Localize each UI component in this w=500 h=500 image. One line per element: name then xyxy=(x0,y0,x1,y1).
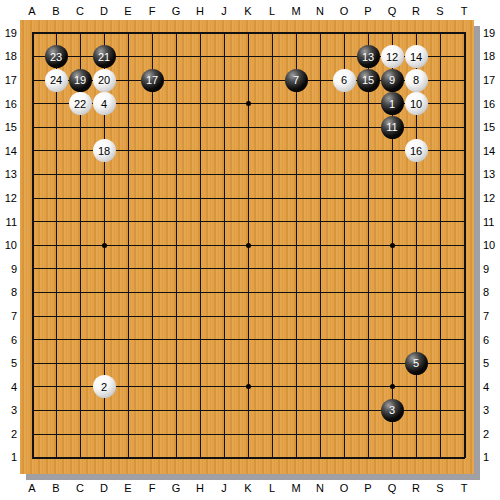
intersection-L5[interactable] xyxy=(260,352,284,376)
intersection-F8[interactable] xyxy=(140,281,164,305)
intersection-H4[interactable] xyxy=(188,375,212,399)
intersection-P9[interactable] xyxy=(356,257,380,281)
stone-white-6-O17[interactable]: 6 xyxy=(333,69,356,92)
intersection-G12[interactable] xyxy=(164,186,188,210)
intersection-B14[interactable] xyxy=(44,139,68,163)
intersection-O6[interactable] xyxy=(332,328,356,352)
intersection-B1[interactable] xyxy=(44,446,68,470)
stone-black-5-R5[interactable]: 5 xyxy=(405,352,428,375)
intersection-T18[interactable] xyxy=(452,45,476,69)
intersection-C14[interactable] xyxy=(68,139,92,163)
intersection-D9[interactable] xyxy=(92,257,116,281)
intersection-N2[interactable] xyxy=(308,422,332,446)
intersection-C7[interactable] xyxy=(68,304,92,328)
intersection-P14[interactable] xyxy=(356,139,380,163)
intersection-J19[interactable] xyxy=(212,21,236,45)
stone-white-16-R14[interactable]: 16 xyxy=(405,139,428,162)
stone-white-12-Q18[interactable]: 12 xyxy=(381,45,404,68)
intersection-G5[interactable] xyxy=(164,352,188,376)
intersection-O7[interactable] xyxy=(332,304,356,328)
intersection-E19[interactable] xyxy=(116,21,140,45)
intersection-M13[interactable] xyxy=(284,163,308,187)
intersection-C12[interactable] xyxy=(68,186,92,210)
intersection-H11[interactable] xyxy=(188,210,212,234)
intersection-Q11[interactable] xyxy=(380,210,404,234)
intersection-M1[interactable] xyxy=(284,446,308,470)
intersection-Q14[interactable] xyxy=(380,139,404,163)
intersection-N18[interactable] xyxy=(308,45,332,69)
intersection-P10[interactable] xyxy=(356,234,380,258)
stone-white-8-R17[interactable]: 8 xyxy=(405,69,428,92)
intersection-F15[interactable] xyxy=(140,116,164,140)
intersection-B2[interactable] xyxy=(44,422,68,446)
intersection-L1[interactable] xyxy=(260,446,284,470)
intersection-E17[interactable] xyxy=(116,68,140,92)
intersection-O18[interactable] xyxy=(332,45,356,69)
intersection-E9[interactable] xyxy=(116,257,140,281)
stone-black-17-F17[interactable]: 17 xyxy=(141,69,164,92)
intersection-N13[interactable] xyxy=(308,163,332,187)
intersection-L15[interactable] xyxy=(260,116,284,140)
intersection-N7[interactable] xyxy=(308,304,332,328)
intersection-F10[interactable] xyxy=(140,234,164,258)
intersection-Q17[interactable]: 9 xyxy=(380,68,404,92)
intersection-F18[interactable] xyxy=(140,45,164,69)
intersection-Q12[interactable] xyxy=(380,186,404,210)
intersection-R6[interactable] xyxy=(404,328,428,352)
intersection-L8[interactable] xyxy=(260,281,284,305)
intersection-J8[interactable] xyxy=(212,281,236,305)
intersection-T13[interactable] xyxy=(452,163,476,187)
intersection-S12[interactable] xyxy=(428,186,452,210)
intersection-D12[interactable] xyxy=(92,186,116,210)
intersection-O8[interactable] xyxy=(332,281,356,305)
intersection-O5[interactable] xyxy=(332,352,356,376)
stone-black-11-Q15[interactable]: 11 xyxy=(381,116,404,139)
intersection-Q8[interactable] xyxy=(380,281,404,305)
intersection-J9[interactable] xyxy=(212,257,236,281)
intersection-M15[interactable] xyxy=(284,116,308,140)
intersection-Q13[interactable] xyxy=(380,163,404,187)
stone-black-21-D18[interactable]: 21 xyxy=(93,45,116,68)
intersection-P15[interactable] xyxy=(356,116,380,140)
intersection-S11[interactable] xyxy=(428,210,452,234)
intersection-M14[interactable] xyxy=(284,139,308,163)
intersection-F2[interactable] xyxy=(140,422,164,446)
intersection-A2[interactable] xyxy=(20,422,44,446)
intersection-E3[interactable] xyxy=(116,399,140,423)
intersection-C11[interactable] xyxy=(68,210,92,234)
intersection-O2[interactable] xyxy=(332,422,356,446)
intersection-R15[interactable] xyxy=(404,116,428,140)
intersection-B13[interactable] xyxy=(44,163,68,187)
intersection-A9[interactable] xyxy=(20,257,44,281)
intersection-O3[interactable] xyxy=(332,399,356,423)
intersection-O16[interactable] xyxy=(332,92,356,116)
intersection-D11[interactable] xyxy=(92,210,116,234)
intersection-R5[interactable]: 5 xyxy=(404,352,428,376)
intersection-S8[interactable] xyxy=(428,281,452,305)
intersection-S13[interactable] xyxy=(428,163,452,187)
intersection-N19[interactable] xyxy=(308,21,332,45)
intersection-G2[interactable] xyxy=(164,422,188,446)
intersection-B12[interactable] xyxy=(44,186,68,210)
intersection-F5[interactable] xyxy=(140,352,164,376)
intersection-J2[interactable] xyxy=(212,422,236,446)
intersection-M2[interactable] xyxy=(284,422,308,446)
intersection-P13[interactable] xyxy=(356,163,380,187)
intersection-D2[interactable] xyxy=(92,422,116,446)
intersection-M6[interactable] xyxy=(284,328,308,352)
intersection-H8[interactable] xyxy=(188,281,212,305)
intersection-H16[interactable] xyxy=(188,92,212,116)
intersection-M5[interactable] xyxy=(284,352,308,376)
intersection-P5[interactable] xyxy=(356,352,380,376)
intersection-S15[interactable] xyxy=(428,116,452,140)
intersection-C10[interactable] xyxy=(68,234,92,258)
intersection-R2[interactable] xyxy=(404,422,428,446)
stone-black-19-C17[interactable]: 19 xyxy=(69,69,92,92)
intersection-L13[interactable] xyxy=(260,163,284,187)
intersection-F19[interactable] xyxy=(140,21,164,45)
intersection-R12[interactable] xyxy=(404,186,428,210)
intersection-N10[interactable] xyxy=(308,234,332,258)
intersection-N15[interactable] xyxy=(308,116,332,140)
intersection-T10[interactable] xyxy=(452,234,476,258)
intersection-R4[interactable] xyxy=(404,375,428,399)
intersection-N9[interactable] xyxy=(308,257,332,281)
intersection-F14[interactable] xyxy=(140,139,164,163)
intersection-T3[interactable] xyxy=(452,399,476,423)
intersection-S10[interactable] xyxy=(428,234,452,258)
intersection-T12[interactable] xyxy=(452,186,476,210)
intersection-M8[interactable] xyxy=(284,281,308,305)
intersection-H9[interactable] xyxy=(188,257,212,281)
intersection-D3[interactable] xyxy=(92,399,116,423)
intersection-B5[interactable] xyxy=(44,352,68,376)
intersection-C6[interactable] xyxy=(68,328,92,352)
intersection-J18[interactable] xyxy=(212,45,236,69)
intersection-D13[interactable] xyxy=(92,163,116,187)
stone-black-3-Q3[interactable]: 3 xyxy=(381,399,404,422)
intersection-H17[interactable] xyxy=(188,68,212,92)
intersection-K14[interactable] xyxy=(236,139,260,163)
intersection-Q19[interactable] xyxy=(380,21,404,45)
intersection-C5[interactable] xyxy=(68,352,92,376)
intersection-H18[interactable] xyxy=(188,45,212,69)
intersection-J15[interactable] xyxy=(212,116,236,140)
intersection-C1[interactable] xyxy=(68,446,92,470)
intersection-S1[interactable] xyxy=(428,446,452,470)
intersection-S2[interactable] xyxy=(428,422,452,446)
intersection-D17[interactable]: 20 xyxy=(92,68,116,92)
intersection-M9[interactable] xyxy=(284,257,308,281)
stone-black-13-P18[interactable]: 13 xyxy=(357,45,380,68)
intersection-L10[interactable] xyxy=(260,234,284,258)
intersection-A17[interactable] xyxy=(20,68,44,92)
intersection-L16[interactable] xyxy=(260,92,284,116)
intersection-P18[interactable]: 13 xyxy=(356,45,380,69)
intersection-E15[interactable] xyxy=(116,116,140,140)
intersection-M3[interactable] xyxy=(284,399,308,423)
intersection-E8[interactable] xyxy=(116,281,140,305)
intersection-T11[interactable] xyxy=(452,210,476,234)
intersection-S5[interactable] xyxy=(428,352,452,376)
intersection-B6[interactable] xyxy=(44,328,68,352)
intersection-J1[interactable] xyxy=(212,446,236,470)
intersection-K12[interactable] xyxy=(236,186,260,210)
intersection-H2[interactable] xyxy=(188,422,212,446)
intersection-K4[interactable] xyxy=(236,375,260,399)
intersection-A4[interactable] xyxy=(20,375,44,399)
intersection-H3[interactable] xyxy=(188,399,212,423)
intersection-J4[interactable] xyxy=(212,375,236,399)
intersection-H19[interactable] xyxy=(188,21,212,45)
intersection-L9[interactable] xyxy=(260,257,284,281)
intersection-B19[interactable] xyxy=(44,21,68,45)
intersection-H12[interactable] xyxy=(188,186,212,210)
intersection-O9[interactable] xyxy=(332,257,356,281)
intersection-B3[interactable] xyxy=(44,399,68,423)
intersection-S9[interactable] xyxy=(428,257,452,281)
intersection-K18[interactable] xyxy=(236,45,260,69)
intersection-G17[interactable] xyxy=(164,68,188,92)
intersection-L11[interactable] xyxy=(260,210,284,234)
stone-white-24-B17[interactable]: 24 xyxy=(45,69,68,92)
intersection-N12[interactable] xyxy=(308,186,332,210)
intersection-R11[interactable] xyxy=(404,210,428,234)
intersection-P3[interactable] xyxy=(356,399,380,423)
stone-black-9-Q17[interactable]: 9 xyxy=(381,69,404,92)
intersection-F1[interactable] xyxy=(140,446,164,470)
intersection-M18[interactable] xyxy=(284,45,308,69)
intersection-E16[interactable] xyxy=(116,92,140,116)
intersection-M17[interactable]: 7 xyxy=(284,68,308,92)
intersection-D15[interactable] xyxy=(92,116,116,140)
intersection-K6[interactable] xyxy=(236,328,260,352)
intersection-J16[interactable] xyxy=(212,92,236,116)
stone-black-1-Q16[interactable]: 1 xyxy=(381,92,404,115)
intersection-R8[interactable] xyxy=(404,281,428,305)
intersection-E5[interactable] xyxy=(116,352,140,376)
intersection-O1[interactable] xyxy=(332,446,356,470)
intersection-T6[interactable] xyxy=(452,328,476,352)
intersection-G19[interactable] xyxy=(164,21,188,45)
intersection-S3[interactable] xyxy=(428,399,452,423)
intersection-F16[interactable] xyxy=(140,92,164,116)
intersection-K19[interactable] xyxy=(236,21,260,45)
intersection-S19[interactable] xyxy=(428,21,452,45)
intersection-R17[interactable]: 8 xyxy=(404,68,428,92)
intersection-G10[interactable] xyxy=(164,234,188,258)
intersection-G8[interactable] xyxy=(164,281,188,305)
intersection-G11[interactable] xyxy=(164,210,188,234)
intersection-D10[interactable] xyxy=(92,234,116,258)
intersection-M12[interactable] xyxy=(284,186,308,210)
intersection-M19[interactable] xyxy=(284,21,308,45)
intersection-Q5[interactable] xyxy=(380,352,404,376)
intersection-O12[interactable] xyxy=(332,186,356,210)
stone-white-14-R18[interactable]: 14 xyxy=(405,45,428,68)
intersection-G1[interactable] xyxy=(164,446,188,470)
intersection-P1[interactable] xyxy=(356,446,380,470)
intersection-P2[interactable] xyxy=(356,422,380,446)
intersection-R10[interactable] xyxy=(404,234,428,258)
intersection-N16[interactable] xyxy=(308,92,332,116)
intersection-N17[interactable] xyxy=(308,68,332,92)
intersection-R18[interactable]: 14 xyxy=(404,45,428,69)
intersection-N8[interactable] xyxy=(308,281,332,305)
intersection-A1[interactable] xyxy=(20,446,44,470)
intersection-G9[interactable] xyxy=(164,257,188,281)
intersection-R7[interactable] xyxy=(404,304,428,328)
intersection-B18[interactable]: 23 xyxy=(44,45,68,69)
intersection-C3[interactable] xyxy=(68,399,92,423)
intersection-K15[interactable] xyxy=(236,116,260,140)
intersection-K17[interactable] xyxy=(236,68,260,92)
intersection-J10[interactable] xyxy=(212,234,236,258)
intersection-K5[interactable] xyxy=(236,352,260,376)
intersection-E7[interactable] xyxy=(116,304,140,328)
intersection-N4[interactable] xyxy=(308,375,332,399)
intersection-L4[interactable] xyxy=(260,375,284,399)
intersection-E10[interactable] xyxy=(116,234,140,258)
intersection-O17[interactable]: 6 xyxy=(332,68,356,92)
intersection-D18[interactable]: 21 xyxy=(92,45,116,69)
stone-white-22-C16[interactable]: 22 xyxy=(69,92,92,115)
stone-white-20-D17[interactable]: 20 xyxy=(93,69,116,92)
intersection-Q10[interactable] xyxy=(380,234,404,258)
intersection-E4[interactable] xyxy=(116,375,140,399)
intersection-P4[interactable] xyxy=(356,375,380,399)
intersection-J13[interactable] xyxy=(212,163,236,187)
stone-white-10-R16[interactable]: 10 xyxy=(405,92,428,115)
intersection-D4[interactable]: 2 xyxy=(92,375,116,399)
intersection-C16[interactable]: 22 xyxy=(68,92,92,116)
intersection-R9[interactable] xyxy=(404,257,428,281)
intersection-O15[interactable] xyxy=(332,116,356,140)
intersection-S18[interactable] xyxy=(428,45,452,69)
intersection-G4[interactable] xyxy=(164,375,188,399)
intersection-E12[interactable] xyxy=(116,186,140,210)
intersection-S6[interactable] xyxy=(428,328,452,352)
intersection-C15[interactable] xyxy=(68,116,92,140)
intersection-F13[interactable] xyxy=(140,163,164,187)
intersection-E18[interactable] xyxy=(116,45,140,69)
intersection-L14[interactable] xyxy=(260,139,284,163)
intersection-T8[interactable] xyxy=(452,281,476,305)
intersection-R1[interactable] xyxy=(404,446,428,470)
intersection-S17[interactable] xyxy=(428,68,452,92)
intersection-P16[interactable] xyxy=(356,92,380,116)
intersection-S7[interactable] xyxy=(428,304,452,328)
intersection-F6[interactable] xyxy=(140,328,164,352)
intersection-Q4[interactable] xyxy=(380,375,404,399)
intersection-D5[interactable] xyxy=(92,352,116,376)
intersection-J14[interactable] xyxy=(212,139,236,163)
intersection-P11[interactable] xyxy=(356,210,380,234)
intersection-E6[interactable] xyxy=(116,328,140,352)
intersection-O11[interactable] xyxy=(332,210,356,234)
intersection-R3[interactable] xyxy=(404,399,428,423)
intersection-B16[interactable] xyxy=(44,92,68,116)
intersection-J5[interactable] xyxy=(212,352,236,376)
intersection-P8[interactable] xyxy=(356,281,380,305)
intersection-F17[interactable]: 17 xyxy=(140,68,164,92)
intersection-A10[interactable] xyxy=(20,234,44,258)
intersection-A12[interactable] xyxy=(20,186,44,210)
intersection-Q15[interactable]: 11 xyxy=(380,116,404,140)
intersection-L2[interactable] xyxy=(260,422,284,446)
intersection-H1[interactable] xyxy=(188,446,212,470)
intersection-G14[interactable] xyxy=(164,139,188,163)
intersection-T5[interactable] xyxy=(452,352,476,376)
intersection-K10[interactable] xyxy=(236,234,260,258)
intersection-B15[interactable] xyxy=(44,116,68,140)
intersection-C19[interactable] xyxy=(68,21,92,45)
intersection-K2[interactable] xyxy=(236,422,260,446)
intersection-A16[interactable] xyxy=(20,92,44,116)
intersection-T19[interactable] xyxy=(452,21,476,45)
intersection-H14[interactable] xyxy=(188,139,212,163)
intersection-L17[interactable] xyxy=(260,68,284,92)
intersection-T4[interactable] xyxy=(452,375,476,399)
intersection-K8[interactable] xyxy=(236,281,260,305)
intersection-A3[interactable] xyxy=(20,399,44,423)
intersection-Q16[interactable]: 1 xyxy=(380,92,404,116)
intersection-R19[interactable] xyxy=(404,21,428,45)
intersection-A15[interactable] xyxy=(20,116,44,140)
intersection-N11[interactable] xyxy=(308,210,332,234)
intersection-T14[interactable] xyxy=(452,139,476,163)
intersection-Q9[interactable] xyxy=(380,257,404,281)
intersection-G18[interactable] xyxy=(164,45,188,69)
intersection-N14[interactable] xyxy=(308,139,332,163)
intersection-L19[interactable] xyxy=(260,21,284,45)
intersection-B17[interactable]: 24 xyxy=(44,68,68,92)
intersection-G6[interactable] xyxy=(164,328,188,352)
intersection-O14[interactable] xyxy=(332,139,356,163)
intersection-G7[interactable] xyxy=(164,304,188,328)
intersection-K13[interactable] xyxy=(236,163,260,187)
intersection-F9[interactable] xyxy=(140,257,164,281)
intersection-S4[interactable] xyxy=(428,375,452,399)
intersection-M4[interactable] xyxy=(284,375,308,399)
intersection-C4[interactable] xyxy=(68,375,92,399)
intersection-J17[interactable] xyxy=(212,68,236,92)
intersection-L3[interactable] xyxy=(260,399,284,423)
intersection-A19[interactable] xyxy=(20,21,44,45)
stone-black-7-M17[interactable]: 7 xyxy=(285,69,308,92)
intersection-D7[interactable] xyxy=(92,304,116,328)
intersection-F11[interactable] xyxy=(140,210,164,234)
intersection-A6[interactable] xyxy=(20,328,44,352)
intersection-E2[interactable] xyxy=(116,422,140,446)
intersection-R13[interactable] xyxy=(404,163,428,187)
intersection-K16[interactable] xyxy=(236,92,260,116)
intersection-F12[interactable] xyxy=(140,186,164,210)
intersection-Q18[interactable]: 12 xyxy=(380,45,404,69)
intersection-Q7[interactable] xyxy=(380,304,404,328)
intersection-B9[interactable] xyxy=(44,257,68,281)
intersection-D6[interactable] xyxy=(92,328,116,352)
intersection-T15[interactable] xyxy=(452,116,476,140)
intersection-B11[interactable] xyxy=(44,210,68,234)
intersection-E14[interactable] xyxy=(116,139,140,163)
intersection-T16[interactable] xyxy=(452,92,476,116)
intersection-B7[interactable] xyxy=(44,304,68,328)
intersection-A11[interactable] xyxy=(20,210,44,234)
